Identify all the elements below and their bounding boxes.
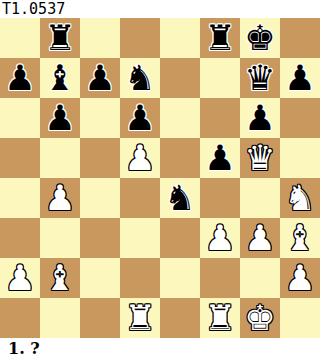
square-h4[interactable]: ♞ <box>280 178 320 218</box>
piece-white-king: ♚ <box>244 298 275 338</box>
square-d4[interactable] <box>120 178 160 218</box>
square-d6[interactable]: ♟ <box>120 98 160 138</box>
piece-black-pawn: ♟ <box>44 98 75 138</box>
square-c5[interactable] <box>80 138 120 178</box>
square-b8[interactable]: ♜ <box>40 18 80 58</box>
square-a4[interactable] <box>0 178 40 218</box>
square-e5[interactable] <box>160 138 200 178</box>
square-e6[interactable] <box>160 98 200 138</box>
square-d1[interactable]: ♜ <box>120 298 160 338</box>
piece-white-rook: ♜ <box>124 298 155 338</box>
piece-white-rook: ♜ <box>204 298 235 338</box>
piece-white-bishop: ♝ <box>44 258 75 298</box>
piece-white-pawn: ♟ <box>44 178 75 218</box>
piece-black-rook: ♜ <box>204 18 235 58</box>
square-a7[interactable]: ♟ <box>0 58 40 98</box>
piece-white-pawn: ♟ <box>4 258 35 298</box>
square-f1[interactable]: ♜ <box>200 298 240 338</box>
square-h6[interactable] <box>280 98 320 138</box>
square-d3[interactable] <box>120 218 160 258</box>
square-b1[interactable] <box>40 298 80 338</box>
piece-black-king: ♚ <box>244 18 275 58</box>
square-g6[interactable]: ♟ <box>240 98 280 138</box>
puzzle-id: T1.0537 <box>0 0 320 18</box>
square-g7[interactable]: ♛ <box>240 58 280 98</box>
piece-white-pawn: ♟ <box>124 138 155 178</box>
piece-white-knight: ♞ <box>284 178 315 218</box>
square-g2[interactable] <box>240 258 280 298</box>
square-a1[interactable] <box>0 298 40 338</box>
square-a8[interactable] <box>0 18 40 58</box>
piece-black-pawn: ♟ <box>84 58 115 98</box>
square-e4[interactable]: ♞ <box>160 178 200 218</box>
square-f5[interactable]: ♟ <box>200 138 240 178</box>
square-f2[interactable] <box>200 258 240 298</box>
square-d7[interactable]: ♞ <box>120 58 160 98</box>
square-b2[interactable]: ♝ <box>40 258 80 298</box>
move-prompt: 1. ? <box>0 338 320 360</box>
square-b4[interactable]: ♟ <box>40 178 80 218</box>
piece-white-pawn: ♟ <box>204 218 235 258</box>
square-e7[interactable] <box>160 58 200 98</box>
square-d2[interactable] <box>120 258 160 298</box>
square-b6[interactable]: ♟ <box>40 98 80 138</box>
square-a5[interactable] <box>0 138 40 178</box>
piece-white-pawn: ♟ <box>284 258 315 298</box>
chess-board: ♜♜♚♟♝♟♞♛♟♟♟♟♟♟♛♟♞♞♟♟♝♟♝♟♜♜♚ <box>0 18 320 338</box>
square-g8[interactable]: ♚ <box>240 18 280 58</box>
piece-black-pawn: ♟ <box>204 138 235 178</box>
square-e3[interactable] <box>160 218 200 258</box>
square-g4[interactable] <box>240 178 280 218</box>
piece-black-rook: ♜ <box>44 18 75 58</box>
square-h1[interactable] <box>280 298 320 338</box>
square-f8[interactable]: ♜ <box>200 18 240 58</box>
square-c1[interactable] <box>80 298 120 338</box>
square-f6[interactable] <box>200 98 240 138</box>
square-h3[interactable]: ♝ <box>280 218 320 258</box>
square-c4[interactable] <box>80 178 120 218</box>
square-h2[interactable]: ♟ <box>280 258 320 298</box>
square-a6[interactable] <box>0 98 40 138</box>
square-g3[interactable]: ♟ <box>240 218 280 258</box>
square-h7[interactable]: ♟ <box>280 58 320 98</box>
square-c7[interactable]: ♟ <box>80 58 120 98</box>
square-e1[interactable] <box>160 298 200 338</box>
square-h5[interactable] <box>280 138 320 178</box>
square-c6[interactable] <box>80 98 120 138</box>
square-e8[interactable] <box>160 18 200 58</box>
square-h8[interactable] <box>280 18 320 58</box>
square-a2[interactable]: ♟ <box>0 258 40 298</box>
square-g1[interactable]: ♚ <box>240 298 280 338</box>
piece-black-knight: ♞ <box>164 178 195 218</box>
square-d5[interactable]: ♟ <box>120 138 160 178</box>
piece-black-knight: ♞ <box>124 58 155 98</box>
square-c8[interactable] <box>80 18 120 58</box>
square-f3[interactable]: ♟ <box>200 218 240 258</box>
piece-black-queen: ♛ <box>244 58 275 98</box>
piece-black-pawn: ♟ <box>284 58 315 98</box>
square-c3[interactable] <box>80 218 120 258</box>
square-f7[interactable] <box>200 58 240 98</box>
piece-white-queen: ♛ <box>244 138 275 178</box>
piece-white-bishop: ♝ <box>284 218 315 258</box>
square-a3[interactable] <box>0 218 40 258</box>
square-c2[interactable] <box>80 258 120 298</box>
square-b3[interactable] <box>40 218 80 258</box>
square-f4[interactable] <box>200 178 240 218</box>
square-b7[interactable]: ♝ <box>40 58 80 98</box>
piece-white-pawn: ♟ <box>244 218 275 258</box>
square-e2[interactable] <box>160 258 200 298</box>
piece-black-bishop: ♝ <box>44 58 75 98</box>
piece-black-pawn: ♟ <box>124 98 155 138</box>
square-g5[interactable]: ♛ <box>240 138 280 178</box>
square-b5[interactable] <box>40 138 80 178</box>
piece-black-pawn: ♟ <box>244 98 275 138</box>
square-d8[interactable] <box>120 18 160 58</box>
chess-puzzle-page: T1.0537 ♜♜♚♟♝♟♞♛♟♟♟♟♟♟♛♟♞♞♟♟♝♟♝♟♜♜♚ 1. ? <box>0 0 320 360</box>
piece-black-pawn: ♟ <box>4 58 35 98</box>
